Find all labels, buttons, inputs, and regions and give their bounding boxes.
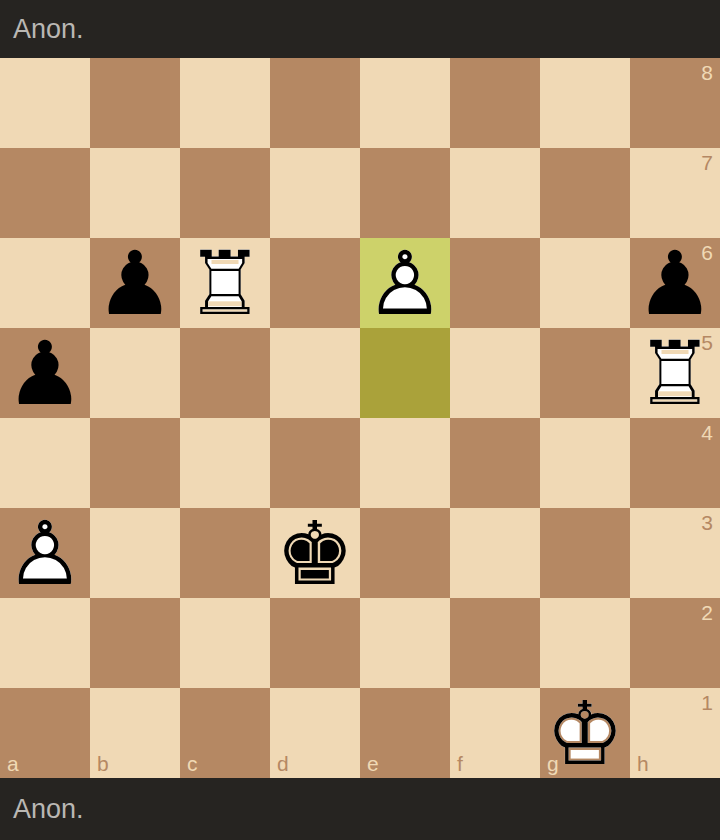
square-g4[interactable] [540,418,630,508]
bottom-player-name[interactable]: Anon. [13,796,84,823]
file-label-d: d [277,753,289,774]
square-c6[interactable]: ♜♖ [180,238,270,328]
bottom-player-bar: Anon. [0,778,720,840]
square-h8[interactable]: 8 [630,58,720,148]
rank-label-2: 2 [701,602,713,623]
square-g8[interactable] [540,58,630,148]
white-piece-outline: ♔ [540,688,630,778]
square-f4[interactable] [450,418,540,508]
white-piece-outline: ♙ [0,508,90,598]
square-c5[interactable] [180,328,270,418]
square-c4[interactable] [180,418,270,508]
rank-label-8: 8 [701,62,713,83]
square-e1[interactable]: e [360,688,450,778]
square-e6[interactable]: ♟♙ [360,238,450,328]
square-a5[interactable]: ♟ [0,328,90,418]
white-king[interactable]: ♚♔ [540,688,630,778]
square-g3[interactable] [540,508,630,598]
square-g5[interactable] [540,328,630,418]
square-d7[interactable] [270,148,360,238]
rank-label-3: 3 [701,512,713,533]
square-h3[interactable]: 3 [630,508,720,598]
square-e7[interactable] [360,148,450,238]
square-c7[interactable] [180,148,270,238]
white-piece-outline: ♖ [630,328,720,418]
square-b1[interactable]: b [90,688,180,778]
square-f2[interactable] [450,598,540,688]
black-piece-fill: ♟ [630,238,720,328]
black-king[interactable]: ♚ [270,508,360,598]
square-g2[interactable] [540,598,630,688]
black-pawn[interactable]: ♟ [630,238,720,328]
file-label-a: a [7,753,19,774]
square-a8[interactable] [0,58,90,148]
square-d1[interactable]: d [270,688,360,778]
rank-label-7: 7 [701,152,713,173]
square-h5[interactable]: 5♜♖ [630,328,720,418]
square-b2[interactable] [90,598,180,688]
square-b5[interactable] [90,328,180,418]
square-h1[interactable]: 1h [630,688,720,778]
top-player-name[interactable]: Anon. [13,16,84,43]
square-b8[interactable] [90,58,180,148]
black-piece-fill: ♟ [0,328,90,418]
square-c1[interactable]: c [180,688,270,778]
square-a4[interactable] [0,418,90,508]
square-a6[interactable] [0,238,90,328]
square-a3[interactable]: ♟♙ [0,508,90,598]
square-d6[interactable] [270,238,360,328]
file-label-h: h [637,753,649,774]
square-d8[interactable] [270,58,360,148]
square-f3[interactable] [450,508,540,598]
square-f6[interactable] [450,238,540,328]
square-e4[interactable] [360,418,450,508]
white-pawn[interactable]: ♟♙ [0,508,90,598]
square-f7[interactable] [450,148,540,238]
square-d3[interactable]: ♚ [270,508,360,598]
square-b6[interactable]: ♟ [90,238,180,328]
square-e8[interactable] [360,58,450,148]
square-c8[interactable] [180,58,270,148]
white-piece-outline: ♙ [360,238,450,328]
square-f1[interactable]: f [450,688,540,778]
square-h6[interactable]: 6♟ [630,238,720,328]
square-d4[interactable] [270,418,360,508]
rank-label-4: 4 [701,422,713,443]
square-g1[interactable]: g♚♔ [540,688,630,778]
square-f5[interactable] [450,328,540,418]
white-rook[interactable]: ♜♖ [180,238,270,328]
black-piece-fill: ♚ [270,508,360,598]
file-label-c: c [187,753,198,774]
file-label-e: e [367,753,379,774]
square-c2[interactable] [180,598,270,688]
black-pawn[interactable]: ♟ [0,328,90,418]
square-b3[interactable] [90,508,180,598]
file-label-b: b [97,753,109,774]
square-d5[interactable] [270,328,360,418]
chess-board: 87♟♜♖♟♙6♟♟5♜♖4♟♙♚32abcdefg♚♔1h [0,58,720,778]
square-f8[interactable] [450,58,540,148]
black-piece-fill: ♟ [90,238,180,328]
rank-label-1: 1 [701,692,713,713]
square-d2[interactable] [270,598,360,688]
white-rook[interactable]: ♜♖ [630,328,720,418]
square-c3[interactable] [180,508,270,598]
square-h2[interactable]: 2 [630,598,720,688]
square-a1[interactable]: a [0,688,90,778]
black-pawn[interactable]: ♟ [90,238,180,328]
square-e3[interactable] [360,508,450,598]
square-a7[interactable] [0,148,90,238]
square-g7[interactable] [540,148,630,238]
white-piece-outline: ♖ [180,238,270,328]
square-g6[interactable] [540,238,630,328]
top-player-bar: Anon. [0,0,720,58]
white-pawn[interactable]: ♟♙ [360,238,450,328]
file-label-f: f [457,753,463,774]
square-e5[interactable] [360,328,450,418]
square-b7[interactable] [90,148,180,238]
square-e2[interactable] [360,598,450,688]
square-a2[interactable] [0,598,90,688]
square-h4[interactable]: 4 [630,418,720,508]
square-b4[interactable] [90,418,180,508]
square-h7[interactable]: 7 [630,148,720,238]
